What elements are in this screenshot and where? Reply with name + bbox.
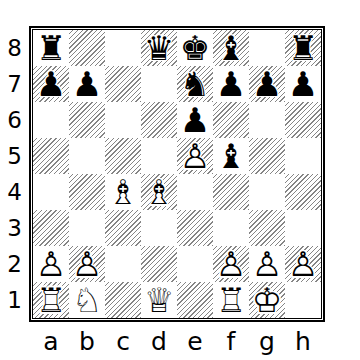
black-pawn: ♟︎ <box>69 66 105 102</box>
file-label-a: a <box>33 326 69 356</box>
square-h2[interactable]: ♟︎♙︎ <box>285 246 321 282</box>
square-c5[interactable] <box>105 138 141 174</box>
black-bishop-icon: ♝︎ <box>213 138 249 174</box>
white-pawn: ♟︎♙︎ <box>33 246 69 282</box>
white-rook: ♜︎♖︎ <box>33 282 69 318</box>
white-bishop-icon: ♗︎ <box>141 174 177 210</box>
chess-board: ♜︎♛︎♚︎♝︎♜︎♟︎♟︎♞︎♟︎♟︎♟︎♟︎♟︎♙︎♝︎♝︎♗︎♝︎♗︎♟︎… <box>33 30 321 318</box>
rank-label-2: 2 <box>3 246 26 282</box>
rank-label-8: 8 <box>3 30 26 66</box>
white-bishop: ♝︎♗︎ <box>105 174 141 210</box>
square-g6[interactable] <box>249 102 285 138</box>
black-knight-icon: ♞︎ <box>177 66 213 102</box>
black-bishop: ♝︎ <box>213 138 249 174</box>
square-d1[interactable]: ♛︎♕︎ <box>141 282 177 318</box>
white-king: ♚︎♔︎ <box>249 282 285 318</box>
black-pawn-icon: ♟︎ <box>213 66 249 102</box>
board-border: ♜︎♛︎♚︎♝︎♜︎♟︎♟︎♞︎♟︎♟︎♟︎♟︎♟︎♙︎♝︎♝︎♗︎♝︎♗︎♟︎… <box>32 29 322 319</box>
black-king-icon: ♚︎ <box>177 30 213 66</box>
white-pawn: ♟︎♙︎ <box>69 246 105 282</box>
black-rook-icon: ♜︎ <box>285 30 321 66</box>
square-d2[interactable] <box>141 246 177 282</box>
white-knight-icon: ♘︎ <box>69 282 105 318</box>
square-g5[interactable] <box>249 138 285 174</box>
square-h3[interactable] <box>285 210 321 246</box>
square-b2[interactable]: ♟︎♙︎ <box>69 246 105 282</box>
white-pawn-icon: ♙︎ <box>33 246 69 282</box>
square-a2[interactable]: ♟︎♙︎ <box>33 246 69 282</box>
square-h8[interactable]: ♜︎ <box>285 30 321 66</box>
black-rook-icon: ♜︎ <box>33 30 69 66</box>
rank-label-4: 4 <box>3 174 26 210</box>
black-pawn-icon: ♟︎ <box>69 66 105 102</box>
square-c3[interactable] <box>105 210 141 246</box>
square-c7[interactable] <box>105 66 141 102</box>
square-b7[interactable]: ♟︎ <box>69 66 105 102</box>
square-e7[interactable]: ♞︎ <box>177 66 213 102</box>
square-e6[interactable]: ♟︎ <box>177 102 213 138</box>
square-d6[interactable] <box>141 102 177 138</box>
square-b6[interactable] <box>69 102 105 138</box>
square-f1[interactable]: ♜︎♖︎ <box>213 282 249 318</box>
square-h6[interactable] <box>285 102 321 138</box>
file-label-b: b <box>69 326 105 356</box>
square-d5[interactable] <box>141 138 177 174</box>
square-d4[interactable]: ♝︎♗︎ <box>141 174 177 210</box>
rank-label-1: 1 <box>3 282 26 318</box>
square-c1[interactable] <box>105 282 141 318</box>
white-rook-icon: ♖︎ <box>213 282 249 318</box>
white-king-icon: ♔︎ <box>249 282 285 318</box>
white-pawn-icon: ♙︎ <box>285 246 321 282</box>
white-bishop: ♝︎♗︎ <box>141 174 177 210</box>
rank-label-7: 7 <box>3 66 26 102</box>
square-b3[interactable] <box>69 210 105 246</box>
square-g7[interactable]: ♟︎ <box>249 66 285 102</box>
white-pawn: ♟︎♙︎ <box>213 246 249 282</box>
white-rook-icon: ♖︎ <box>33 282 69 318</box>
black-pawn-icon: ♟︎ <box>33 66 69 102</box>
white-rook: ♜︎♖︎ <box>213 282 249 318</box>
square-f3[interactable] <box>213 210 249 246</box>
square-e2[interactable] <box>177 246 213 282</box>
white-pawn: ♟︎♙︎ <box>285 246 321 282</box>
square-f6[interactable] <box>213 102 249 138</box>
white-pawn-icon: ♙︎ <box>69 246 105 282</box>
file-label-e: e <box>177 326 213 356</box>
rank-labels: 87654321 <box>3 30 26 318</box>
square-d7[interactable] <box>141 66 177 102</box>
file-label-c: c <box>105 326 141 356</box>
white-bishop-icon: ♗︎ <box>105 174 141 210</box>
square-e5[interactable]: ♟︎♙︎ <box>177 138 213 174</box>
black-king: ♚︎ <box>177 30 213 66</box>
square-a3[interactable] <box>33 210 69 246</box>
square-a8[interactable]: ♜︎ <box>33 30 69 66</box>
black-queen-icon: ♛︎ <box>141 30 177 66</box>
square-f7[interactable]: ♟︎ <box>213 66 249 102</box>
square-f2[interactable]: ♟︎♙︎ <box>213 246 249 282</box>
black-pawn: ♟︎ <box>213 66 249 102</box>
square-b5[interactable] <box>69 138 105 174</box>
black-bishop-icon: ♝︎ <box>213 30 249 66</box>
square-f4[interactable] <box>213 174 249 210</box>
square-b8[interactable] <box>69 30 105 66</box>
square-g2[interactable]: ♟︎♙︎ <box>249 246 285 282</box>
file-label-f: f <box>213 326 249 356</box>
square-c6[interactable] <box>105 102 141 138</box>
square-f5[interactable]: ♝︎ <box>213 138 249 174</box>
square-c4[interactable]: ♝︎♗︎ <box>105 174 141 210</box>
square-d3[interactable] <box>141 210 177 246</box>
file-label-g: g <box>249 326 285 356</box>
chess-diagram: 87654321 ♜︎♛︎♚︎♝︎♜︎♟︎♟︎♞︎♟︎♟︎♟︎♟︎♟︎♙︎♝︎♝… <box>0 0 360 360</box>
black-pawn: ♟︎ <box>249 66 285 102</box>
black-knight: ♞︎ <box>177 66 213 102</box>
square-e8[interactable]: ♚︎ <box>177 30 213 66</box>
file-label-d: d <box>141 326 177 356</box>
black-pawn-icon: ♟︎ <box>177 102 213 138</box>
white-pawn-icon: ♙︎ <box>249 246 285 282</box>
square-h4[interactable] <box>285 174 321 210</box>
rank-label-5: 5 <box>3 138 26 174</box>
white-pawn: ♟︎♙︎ <box>249 246 285 282</box>
file-labels: abcdefgh <box>33 326 321 356</box>
square-f8[interactable]: ♝︎ <box>213 30 249 66</box>
square-h1[interactable] <box>285 282 321 318</box>
black-bishop: ♝︎ <box>213 30 249 66</box>
black-pawn: ♟︎ <box>33 66 69 102</box>
square-g4[interactable] <box>249 174 285 210</box>
board-frame: ♜︎♛︎♚︎♝︎♜︎♟︎♟︎♞︎♟︎♟︎♟︎♟︎♟︎♙︎♝︎♝︎♗︎♝︎♗︎♟︎… <box>29 26 325 322</box>
square-e3[interactable] <box>177 210 213 246</box>
black-queen: ♛︎ <box>141 30 177 66</box>
square-g1[interactable]: ♚︎♔︎ <box>249 282 285 318</box>
rank-label-6: 6 <box>3 102 26 138</box>
square-a7[interactable]: ♟︎ <box>33 66 69 102</box>
square-e1[interactable] <box>177 282 213 318</box>
black-pawn: ♟︎ <box>285 66 321 102</box>
file-label-h: h <box>285 326 321 356</box>
square-g8[interactable] <box>249 30 285 66</box>
black-pawn-icon: ♟︎ <box>285 66 321 102</box>
black-rook: ♜︎ <box>33 30 69 66</box>
square-a4[interactable] <box>33 174 69 210</box>
square-d8[interactable]: ♛︎ <box>141 30 177 66</box>
white-pawn-icon: ♙︎ <box>177 138 213 174</box>
white-queen-icon: ♕︎ <box>141 282 177 318</box>
square-g3[interactable] <box>249 210 285 246</box>
white-knight: ♞︎♘︎ <box>69 282 105 318</box>
square-a1[interactable]: ♜︎♖︎ <box>33 282 69 318</box>
white-pawn-icon: ♙︎ <box>213 246 249 282</box>
square-c8[interactable] <box>105 30 141 66</box>
square-b4[interactable] <box>69 174 105 210</box>
square-h5[interactable] <box>285 138 321 174</box>
square-a6[interactable] <box>33 102 69 138</box>
square-e4[interactable] <box>177 174 213 210</box>
square-c2[interactable] <box>105 246 141 282</box>
white-pawn: ♟︎♙︎ <box>177 138 213 174</box>
black-pawn-icon: ♟︎ <box>249 66 285 102</box>
black-pawn: ♟︎ <box>177 102 213 138</box>
black-rook: ♜︎ <box>285 30 321 66</box>
rank-label-3: 3 <box>3 210 26 246</box>
square-b1[interactable]: ♞︎♘︎ <box>69 282 105 318</box>
square-h7[interactable]: ♟︎ <box>285 66 321 102</box>
square-a5[interactable] <box>33 138 69 174</box>
white-queen: ♛︎♕︎ <box>141 282 177 318</box>
